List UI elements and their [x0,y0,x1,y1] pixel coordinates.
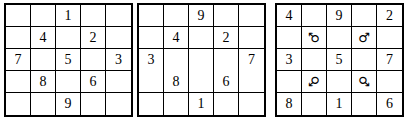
grid-2-cell-r1c1 [139,5,164,27]
grid-3-cell-r3c5: 7 [377,49,402,71]
grid-3-cell-r2c2: ♂ [302,27,327,49]
grid-3-cell-r1c5: 2 [377,5,402,27]
grid-2-cell-r5c3: 1 [189,93,214,115]
grid-2-cell-r5c4 [214,93,239,115]
grid-3-cell-r2c5 [377,27,402,49]
grid-1-cell-r1c1 [6,5,31,27]
grid-2-cell-r1c4 [214,5,239,27]
arrow-ne-icon: ♂ [358,31,370,44]
grid-2-cell-r4c1 [139,71,164,93]
grid-1-cell-r1c5 [106,5,131,27]
grid-3-cell-r3c1: 3 [277,49,302,71]
grid-1-cell-r2c4: 2 [81,27,106,49]
grid-2-cell-r4c3 [189,71,214,93]
arrow-sw-icon: ♂ [308,75,320,88]
grid-1-cell-r3c4 [81,49,106,71]
grid-2-cell-r5c2 [164,93,189,115]
grid-1-cell-r5c2 [31,93,56,115]
grid-3-cell-r5c4 [352,93,377,115]
grid-3-cell-r3c2 [302,49,327,71]
grid-2-cell-r4c5 [239,71,264,93]
grid-1-cell-r5c5 [106,93,131,115]
grid-3-cell-r2c3 [327,27,352,49]
grid-3-cell-r1c1: 4 [277,5,302,27]
grid-3-cell-r5c5: 6 [377,93,402,115]
grid-1-cell-r5c4 [81,93,106,115]
grid-1-cell-r3c5: 3 [106,49,131,71]
grid-1-cell-r4c3 [56,71,81,93]
grid-3-cell-r1c4 [352,5,377,27]
grid-1-cell-r4c1 [6,71,31,93]
grid-1-cell-r4c5 [106,71,131,93]
grid-3-cell-r4c3 [327,71,352,93]
grid-2-cell-r1c3: 9 [189,5,214,27]
grid-3-cell-r3c3: 5 [327,49,352,71]
grid-2-cell-r4c4: 6 [214,71,239,93]
grid-3-cell-r4c2: ♂ [302,71,327,93]
grid-1-cell-r2c3 [56,27,81,49]
grid-2-cell-r3c3 [189,49,214,71]
grid-2-cell-r3c1: 3 [139,49,164,71]
arrow-se-icon: ♂ [358,75,370,88]
grid-2-cell-r3c2 [164,49,189,71]
arrow-nw-icon: ♂ [308,31,320,44]
grid-3-cell-r5c1: 8 [277,93,302,115]
grid-3-cell-r5c3: 1 [327,93,352,115]
grid-2-cell-r5c5 [239,93,264,115]
grid-3-cell-r4c1 [277,71,302,93]
grid-3-cell-r1c2 [302,5,327,27]
grid-1-cell-r2c2: 4 [31,27,56,49]
grid-2-cell-r2c1 [139,27,164,49]
grid-3-cell-r4c5 [377,71,402,93]
grid-2-cell-r1c2 [164,5,189,27]
grid-3-cell-r1c3: 9 [327,5,352,27]
grid-3-cell-r4c4: ♂ [352,71,377,93]
grid-1-cell-r2c5 [106,27,131,49]
grid-2-cell-r3c5: 7 [239,49,264,71]
grid-2-cell-r2c5 [239,27,264,49]
grid-1-cell-r3c2 [31,49,56,71]
magic-grid-2: 94237861 [137,3,266,117]
grid-2-cell-r2c2: 4 [164,27,189,49]
grid-1-cell-r2c1 [6,27,31,49]
grid-1-cell-r1c3: 1 [56,5,81,27]
grid-2-cell-r1c5 [239,5,264,27]
grid-1-cell-r4c2: 8 [31,71,56,93]
magic-grid-1: 142753869 [4,3,133,117]
grid-1-cell-r1c4 [81,5,106,27]
grid-2-cell-r3c4 [214,49,239,71]
grid-1-cell-r3c1: 7 [6,49,31,71]
grid-2-cell-r4c2: 8 [164,71,189,93]
grid-3-cell-r2c1 [277,27,302,49]
grid-1-cell-r1c2 [31,5,56,27]
grid-1-cell-r4c4: 6 [81,71,106,93]
grid-3-cell-r5c2 [302,93,327,115]
grid-1-cell-r3c3: 5 [56,49,81,71]
magic-grid-3: 492♂♂357♂♂816 [275,3,404,117]
grid-2-cell-r2c3 [189,27,214,49]
grid-2-cell-r2c4: 2 [214,27,239,49]
grid-2-cell-r5c1 [139,93,164,115]
grid-1-cell-r5c3: 9 [56,93,81,115]
grid-3-cell-r3c4 [352,49,377,71]
grid-3-cell-r2c4: ♂ [352,27,377,49]
grid-1-cell-r5c1 [6,93,31,115]
diagram-strip: 142753869 94237861 492♂♂357♂♂816 [0,0,412,117]
